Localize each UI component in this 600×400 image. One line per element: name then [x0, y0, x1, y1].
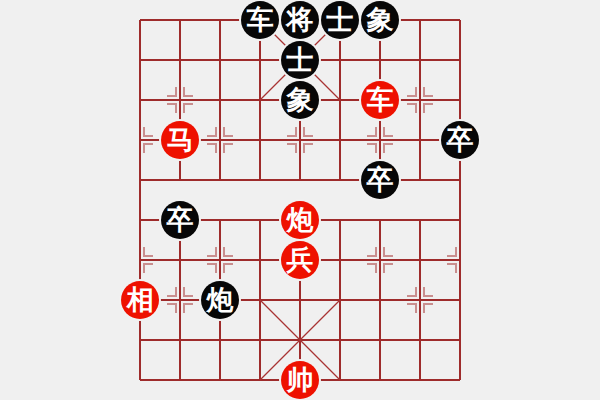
piece-black-soldier[interactable]: 卒: [361, 161, 399, 199]
piece-red-elephant[interactable]: 相: [121, 281, 159, 319]
piece-red-chariot[interactable]: 车: [361, 81, 399, 119]
xiangqi-app: 车将士象士象车马卒卒卒炮兵相炮帅: [0, 0, 600, 400]
piece-red-soldier[interactable]: 兵: [281, 241, 319, 279]
piece-black-general[interactable]: 将: [281, 1, 319, 39]
piece-black-elephant[interactable]: 象: [361, 1, 399, 39]
piece-black-soldier[interactable]: 卒: [161, 201, 199, 239]
piece-black-advisor[interactable]: 士: [281, 41, 319, 79]
piece-red-general[interactable]: 帅: [281, 361, 319, 399]
xiangqi-board[interactable]: 车将士象士象车马卒卒卒炮兵相炮帅: [120, 0, 480, 400]
piece-black-advisor[interactable]: 士: [321, 1, 359, 39]
piece-black-soldier[interactable]: 卒: [441, 121, 479, 159]
piece-black-cannon[interactable]: 炮: [201, 281, 239, 319]
piece-black-elephant[interactable]: 象: [281, 81, 319, 119]
piece-red-cannon[interactable]: 炮: [281, 201, 319, 239]
piece-black-chariot[interactable]: 车: [241, 1, 279, 39]
piece-red-horse[interactable]: 马: [161, 121, 199, 159]
